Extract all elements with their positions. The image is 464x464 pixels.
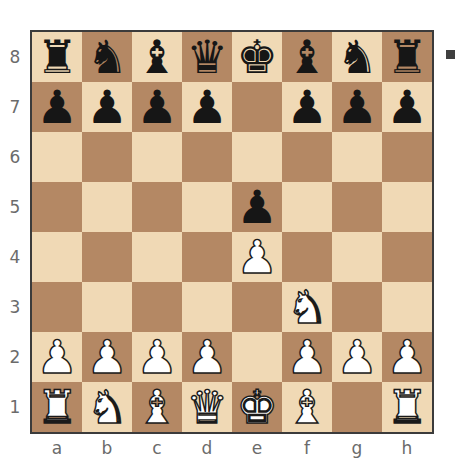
rank-label-3: 3: [4, 282, 26, 332]
square-a8[interactable]: ♜: [32, 32, 82, 82]
piece-black-rook[interactable]: ♜: [386, 32, 427, 82]
file-label-d: d: [182, 436, 232, 460]
file-label-e: e: [232, 436, 282, 460]
square-h8[interactable]: ♜: [382, 32, 432, 82]
square-a6[interactable]: [32, 132, 82, 182]
square-g4[interactable]: [332, 232, 382, 282]
piece-white-bishop[interactable]: ♝: [286, 382, 327, 432]
piece-black-bishop[interactable]: ♝: [286, 32, 327, 82]
piece-black-pawn[interactable]: ♟: [236, 182, 277, 232]
square-f6[interactable]: [282, 132, 332, 182]
piece-black-pawn[interactable]: ♟: [336, 82, 377, 132]
piece-black-pawn[interactable]: ♟: [86, 82, 127, 132]
square-a5[interactable]: [32, 182, 82, 232]
square-f3[interactable]: ♞: [282, 282, 332, 332]
square-e1[interactable]: ♚: [232, 382, 282, 432]
square-d5[interactable]: [182, 182, 232, 232]
square-b5[interactable]: [82, 182, 132, 232]
square-d1[interactable]: ♛: [182, 382, 232, 432]
piece-white-queen[interactable]: ♛: [186, 382, 227, 432]
piece-white-rook[interactable]: ♜: [386, 382, 427, 432]
rank-labels: 87654321: [4, 32, 26, 432]
piece-white-bishop[interactable]: ♝: [136, 382, 177, 432]
square-f2[interactable]: ♟: [282, 332, 332, 382]
file-label-f: f: [282, 436, 332, 460]
square-b7[interactable]: ♟: [82, 82, 132, 132]
square-h7[interactable]: ♟: [382, 82, 432, 132]
square-f5[interactable]: [282, 182, 332, 232]
file-label-b: b: [82, 436, 132, 460]
square-d2[interactable]: ♟: [182, 332, 232, 382]
square-d3[interactable]: [182, 282, 232, 332]
piece-black-pawn[interactable]: ♟: [386, 82, 427, 132]
square-h4[interactable]: [382, 232, 432, 282]
square-a3[interactable]: [32, 282, 82, 332]
square-d7[interactable]: ♟: [182, 82, 232, 132]
piece-black-pawn[interactable]: ♟: [286, 82, 327, 132]
piece-white-pawn[interactable]: ♟: [86, 332, 127, 382]
square-c1[interactable]: ♝: [132, 382, 182, 432]
square-g7[interactable]: ♟: [332, 82, 382, 132]
rank-label-6: 6: [4, 132, 26, 182]
square-g1[interactable]: [332, 382, 382, 432]
square-f1[interactable]: ♝: [282, 382, 332, 432]
square-c2[interactable]: ♟: [132, 332, 182, 382]
rank-label-2: 2: [4, 332, 26, 382]
square-g6[interactable]: [332, 132, 382, 182]
square-e8[interactable]: ♚: [232, 32, 282, 82]
piece-white-pawn[interactable]: ♟: [286, 332, 327, 382]
chess-board: ♜♞♝♛♚♝♞♜♟♟♟♟♟♟♟♟♟♞♟♟♟♟♟♟♟♜♞♝♛♚♝♜: [30, 30, 434, 434]
piece-black-pawn[interactable]: ♟: [186, 82, 227, 132]
piece-white-pawn[interactable]: ♟: [236, 232, 277, 282]
file-label-a: a: [32, 436, 82, 460]
square-c4[interactable]: [132, 232, 182, 282]
square-a7[interactable]: ♟: [32, 82, 82, 132]
square-b2[interactable]: ♟: [82, 332, 132, 382]
square-g2[interactable]: ♟: [332, 332, 382, 382]
square-c7[interactable]: ♟: [132, 82, 182, 132]
file-label-g: g: [332, 436, 382, 460]
piece-black-king[interactable]: ♚: [236, 32, 277, 82]
piece-white-pawn[interactable]: ♟: [36, 332, 77, 382]
square-e4[interactable]: ♟: [232, 232, 282, 282]
square-e5[interactable]: ♟: [232, 182, 282, 232]
square-c8[interactable]: ♝: [132, 32, 182, 82]
square-e3[interactable]: [232, 282, 282, 332]
rank-label-7: 7: [4, 82, 26, 132]
piece-white-pawn[interactable]: ♟: [386, 332, 427, 382]
rank-label-8: 8: [4, 32, 26, 82]
square-a4[interactable]: [32, 232, 82, 282]
piece-black-queen[interactable]: ♛: [186, 32, 227, 82]
square-b6[interactable]: [82, 132, 132, 182]
square-c5[interactable]: [132, 182, 182, 232]
rank-label-4: 4: [4, 232, 26, 282]
square-a2[interactable]: ♟: [32, 332, 82, 382]
piece-black-pawn[interactable]: ♟: [36, 82, 77, 132]
square-c3[interactable]: [132, 282, 182, 332]
piece-white-pawn[interactable]: ♟: [336, 332, 377, 382]
square-h2[interactable]: ♟: [382, 332, 432, 382]
file-label-h: h: [382, 436, 432, 460]
square-h6[interactable]: [382, 132, 432, 182]
piece-black-knight[interactable]: ♞: [86, 32, 127, 82]
black-to-move-indicator: [446, 50, 455, 59]
square-f8[interactable]: ♝: [282, 32, 332, 82]
piece-black-bishop[interactable]: ♝: [136, 32, 177, 82]
file-labels: abcdefgh: [32, 436, 432, 460]
piece-white-pawn[interactable]: ♟: [136, 332, 177, 382]
square-f4[interactable]: [282, 232, 332, 282]
square-b8[interactable]: ♞: [82, 32, 132, 82]
piece-white-rook[interactable]: ♜: [36, 382, 77, 432]
chess-diagram: 87654321 ♜♞♝♛♚♝♞♜♟♟♟♟♟♟♟♟♟♞♟♟♟♟♟♟♟♜♞♝♛♚♝…: [0, 0, 464, 464]
square-h3[interactable]: [382, 282, 432, 332]
square-h1[interactable]: ♜: [382, 382, 432, 432]
file-label-c: c: [132, 436, 182, 460]
square-b1[interactable]: ♞: [82, 382, 132, 432]
square-e6[interactable]: [232, 132, 282, 182]
square-d8[interactable]: ♛: [182, 32, 232, 82]
square-d4[interactable]: [182, 232, 232, 282]
square-g8[interactable]: ♞: [332, 32, 382, 82]
piece-white-king[interactable]: ♚: [236, 382, 277, 432]
square-d6[interactable]: [182, 132, 232, 182]
square-e7[interactable]: [232, 82, 282, 132]
square-a1[interactable]: ♜: [32, 382, 82, 432]
square-h5[interactable]: [382, 182, 432, 232]
square-c6[interactable]: [132, 132, 182, 182]
piece-white-knight[interactable]: ♞: [86, 382, 127, 432]
square-g5[interactable]: [332, 182, 382, 232]
square-b4[interactable]: [82, 232, 132, 282]
square-b3[interactable]: [82, 282, 132, 332]
square-f7[interactable]: ♟: [282, 82, 332, 132]
piece-black-rook[interactable]: ♜: [36, 32, 77, 82]
piece-white-pawn[interactable]: ♟: [186, 332, 227, 382]
rank-label-1: 1: [4, 382, 26, 432]
square-e2[interactable]: [232, 332, 282, 382]
piece-black-pawn[interactable]: ♟: [136, 82, 177, 132]
rank-label-5: 5: [4, 182, 26, 232]
square-g3[interactable]: [332, 282, 382, 332]
piece-white-knight[interactable]: ♞: [286, 282, 327, 332]
piece-black-knight[interactable]: ♞: [336, 32, 377, 82]
